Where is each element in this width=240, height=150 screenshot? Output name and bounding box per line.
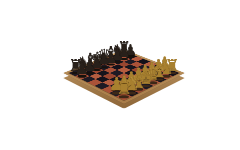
chess-set-product-photo: ♜♞♝♛♚♝♞♜♟♟♟♟♟♟♟♟♟♟♟♟♟♟♟♟♜♞♝♛♚♝♞♜ — [0, 0, 240, 150]
board-grid — [69, 51, 179, 100]
chessboard-scene: ♜♞♝♛♚♝♞♜♟♟♟♟♟♟♟♟♟♟♟♟♟♟♟♟♜♞♝♛♚♝♞♜ — [0, 0, 240, 150]
board-frame — [63, 49, 185, 103]
chess-board — [63, 49, 185, 103]
